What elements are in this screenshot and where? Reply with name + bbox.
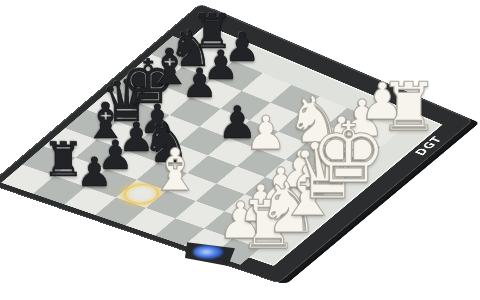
piece-white-king-e1[interactable]: ♚ bbox=[310, 110, 386, 195]
piece-black-pawn-h7[interactable]: ♟ bbox=[224, 27, 260, 67]
piece-white-rook-h1[interactable]: ♜ bbox=[379, 74, 439, 141]
chess-board-photo: DGT ♜♝♛♚♝♞♜♟♟♟♟♟♟♟♞♟♝♟♞♟♟♟♟♟♟♟♜♞♝♛♚♜ bbox=[0, 0, 480, 300]
piece-white-bishop-b5[interactable]: ♝ bbox=[149, 141, 201, 199]
